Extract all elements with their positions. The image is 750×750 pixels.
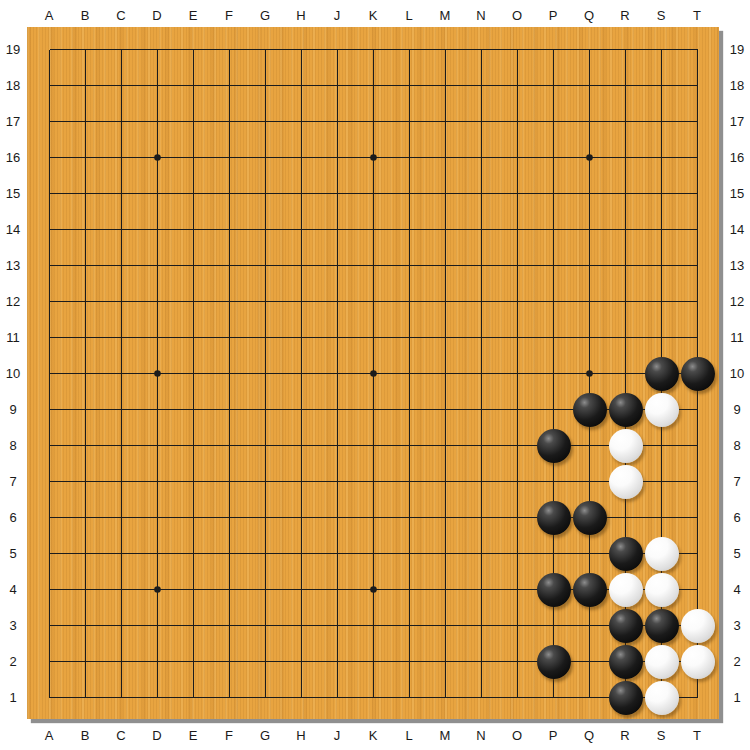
row-label-right-15: 15 <box>730 187 744 200</box>
col-label-bottom-E: E <box>189 729 198 742</box>
row-label-left-5: 5 <box>9 547 16 560</box>
black-stone-S3 <box>645 609 679 643</box>
white-stone-S9 <box>645 393 679 427</box>
col-label-top-O: O <box>512 9 522 22</box>
col-label-bottom-R: R <box>620 729 629 742</box>
row-label-right-13: 13 <box>730 259 744 272</box>
row-label-left-17: 17 <box>6 115 20 128</box>
black-stone-T10 <box>681 357 715 391</box>
row-label-left-2: 2 <box>9 655 16 668</box>
col-label-bottom-B: B <box>81 729 90 742</box>
col-label-bottom-A: A <box>45 729 54 742</box>
white-stone-T3 <box>681 609 715 643</box>
col-label-bottom-L: L <box>405 729 412 742</box>
col-label-top-T: T <box>693 9 701 22</box>
row-label-right-6: 6 <box>733 511 740 524</box>
black-stone-P8 <box>537 429 571 463</box>
col-label-top-L: L <box>405 9 412 22</box>
black-stone-R9 <box>609 393 643 427</box>
row-label-left-9: 9 <box>9 403 16 416</box>
row-label-right-5: 5 <box>733 547 740 560</box>
white-stone-S5 <box>645 537 679 571</box>
row-label-left-13: 13 <box>6 259 20 272</box>
white-stone-S2 <box>645 645 679 679</box>
col-label-bottom-M: M <box>440 729 451 742</box>
row-label-left-16: 16 <box>6 151 20 164</box>
row-label-left-15: 15 <box>6 187 20 200</box>
col-label-bottom-N: N <box>476 729 485 742</box>
row-label-left-8: 8 <box>9 439 16 452</box>
row-label-right-11: 11 <box>730 331 744 344</box>
col-label-bottom-J: J <box>334 729 341 742</box>
row-label-left-12: 12 <box>6 295 20 308</box>
row-label-left-7: 7 <box>9 475 16 488</box>
col-label-top-S: S <box>657 9 666 22</box>
row-label-right-2: 2 <box>733 655 740 668</box>
col-label-bottom-C: C <box>116 729 125 742</box>
row-label-right-18: 18 <box>730 79 744 92</box>
col-label-top-R: R <box>620 9 629 22</box>
col-label-top-H: H <box>296 9 305 22</box>
row-label-right-9: 9 <box>733 403 740 416</box>
row-label-left-4: 4 <box>9 583 16 596</box>
black-stone-P6 <box>537 501 571 535</box>
black-stone-R1 <box>609 681 643 715</box>
col-label-bottom-D: D <box>152 729 161 742</box>
col-label-bottom-O: O <box>512 729 522 742</box>
row-label-left-3: 3 <box>9 619 16 632</box>
black-stone-P2 <box>537 645 571 679</box>
row-label-right-12: 12 <box>730 295 744 308</box>
col-label-top-E: E <box>189 9 198 22</box>
row-label-right-16: 16 <box>730 151 744 164</box>
col-label-top-N: N <box>476 9 485 22</box>
col-label-top-B: B <box>81 9 90 22</box>
row-label-right-14: 14 <box>730 223 744 236</box>
col-label-bottom-Q: Q <box>584 729 594 742</box>
col-label-bottom-F: F <box>225 729 233 742</box>
row-label-right-3: 3 <box>733 619 740 632</box>
col-label-bottom-P: P <box>549 729 558 742</box>
row-label-right-4: 4 <box>733 583 740 596</box>
col-label-top-J: J <box>334 9 341 22</box>
row-label-right-7: 7 <box>733 475 740 488</box>
col-label-bottom-K: K <box>369 729 378 742</box>
col-label-top-F: F <box>225 9 233 22</box>
white-stone-T2 <box>681 645 715 679</box>
white-stone-R7 <box>609 465 643 499</box>
black-stone-S10 <box>645 357 679 391</box>
row-label-left-11: 11 <box>6 331 20 344</box>
white-stone-S1 <box>645 681 679 715</box>
row-label-right-19: 19 <box>730 43 744 56</box>
row-label-left-6: 6 <box>9 511 16 524</box>
row-label-left-14: 14 <box>6 223 20 236</box>
black-stone-R2 <box>609 645 643 679</box>
row-label-left-19: 19 <box>6 43 20 56</box>
col-label-top-M: M <box>440 9 451 22</box>
col-label-top-K: K <box>369 9 378 22</box>
row-label-left-10: 10 <box>6 367 20 380</box>
row-label-left-18: 18 <box>6 79 20 92</box>
go-app-page: AABBCCDDEEFFGGHHJJKKLLMMNNOOPPQQRRSSTT19… <box>0 0 750 750</box>
col-label-top-Q: Q <box>584 9 594 22</box>
black-stone-Q6 <box>573 501 607 535</box>
black-stone-Q9 <box>573 393 607 427</box>
row-label-left-1: 1 <box>9 691 16 704</box>
col-label-bottom-G: G <box>260 729 270 742</box>
col-label-top-C: C <box>116 9 125 22</box>
white-stone-R8 <box>609 429 643 463</box>
col-label-top-P: P <box>549 9 558 22</box>
row-label-right-1: 1 <box>733 691 740 704</box>
col-label-bottom-T: T <box>693 729 701 742</box>
black-stone-R3 <box>609 609 643 643</box>
col-label-top-A: A <box>45 9 54 22</box>
col-label-top-G: G <box>260 9 270 22</box>
black-stone-R5 <box>609 537 643 571</box>
white-stone-R4 <box>609 573 643 607</box>
row-label-right-10: 10 <box>730 367 744 380</box>
black-stone-P4 <box>537 573 571 607</box>
row-label-right-17: 17 <box>730 115 744 128</box>
white-stone-S4 <box>645 573 679 607</box>
col-label-top-D: D <box>152 9 161 22</box>
col-label-bottom-H: H <box>296 729 305 742</box>
col-label-bottom-S: S <box>657 729 666 742</box>
row-label-right-8: 8 <box>733 439 740 452</box>
black-stone-Q4 <box>573 573 607 607</box>
